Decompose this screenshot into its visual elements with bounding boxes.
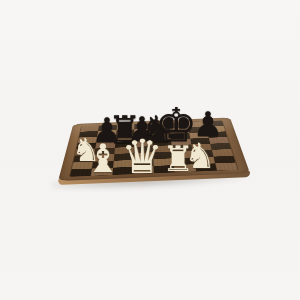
pieces-layer: ♟♜♟♞♚♟♞♝♛♜♞ [0, 0, 300, 300]
piece-white-knight-b: ♞ [184, 139, 215, 174]
product-photo-scene: ♟♜♟♞♚♟♞♝♛♜♞ [0, 0, 300, 300]
piece-white-queen: ♛ [121, 133, 163, 180]
piece-white-bishop: ♝ [86, 139, 121, 178]
